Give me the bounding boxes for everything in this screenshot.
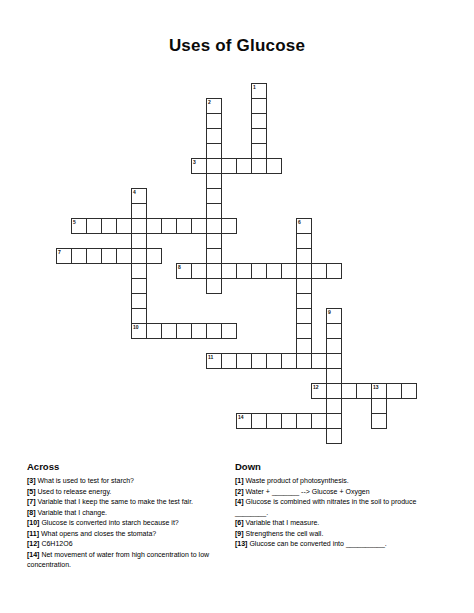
grid-cell[interactable]: [266, 353, 282, 369]
grid-cell[interactable]: [206, 203, 222, 219]
grid-cell[interactable]: [296, 413, 312, 429]
clue-item: [3] What is used to test for starch?: [27, 476, 233, 487]
grid-cell[interactable]: [266, 413, 282, 429]
grid-cell[interactable]: [221, 158, 237, 174]
grid-cell[interactable]: [281, 263, 297, 279]
grid-cell[interactable]: [206, 113, 222, 129]
cell-number: 8: [178, 264, 181, 270]
grid-cell[interactable]: [371, 398, 387, 414]
grid-cell[interactable]: [326, 353, 342, 369]
grid-cell[interactable]: 11: [206, 353, 222, 369]
grid-cell[interactable]: [251, 158, 267, 174]
grid-cell[interactable]: 5: [71, 218, 87, 234]
clue-text: Water + _______ --> Glucose + Oxygen: [244, 488, 370, 495]
clue-item: [11] What opens and closes the stomata?: [27, 529, 233, 540]
clue-number: [5]: [27, 488, 36, 495]
clue-number: [13]: [235, 540, 247, 547]
grid-cell[interactable]: 10: [131, 323, 147, 339]
puzzle-title: Uses of Glucose: [0, 36, 474, 56]
grid-cell[interactable]: 7: [56, 248, 72, 264]
cell-number: 13: [373, 384, 379, 390]
clue-text: What opens and closes the stomata?: [39, 530, 156, 537]
grid-cell[interactable]: [146, 218, 162, 234]
cell-number: 5: [73, 219, 76, 225]
grid-cell[interactable]: [326, 338, 342, 354]
grid-cell[interactable]: 8: [176, 263, 192, 279]
clue-number: [9]: [235, 530, 244, 537]
clue-text: Glucose is converted into starch because…: [39, 519, 178, 526]
down-clues-list: [1] Waste product of photosynthesis.[2] …: [235, 476, 443, 550]
grid-cell[interactable]: [296, 278, 312, 294]
grid-cell[interactable]: [86, 218, 102, 234]
grid-cell[interactable]: [131, 263, 147, 279]
grid-cell[interactable]: [251, 413, 267, 429]
clue-item: [13] Glucose can be converted into _____…: [235, 539, 443, 550]
grid-cell[interactable]: [326, 368, 342, 384]
cell-number: 4: [133, 189, 136, 195]
clue-number: [2]: [235, 488, 244, 495]
clue-item: [10] Glucose is converted into starch be…: [27, 518, 233, 529]
cell-number: 3: [193, 159, 196, 165]
grid-cell[interactable]: [206, 128, 222, 144]
grid-cell[interactable]: [251, 263, 267, 279]
down-header: Down: [235, 461, 443, 472]
grid-cell[interactable]: [146, 323, 162, 339]
clue-text: Variable that I measure.: [244, 519, 320, 526]
down-clues-section: Down [1] Waste product of photosynthesis…: [235, 461, 443, 550]
grid-cell[interactable]: [191, 263, 207, 279]
grid-cell[interactable]: [206, 323, 222, 339]
grid-cell[interactable]: [386, 383, 402, 399]
grid-cell[interactable]: [131, 218, 147, 234]
grid-cell[interactable]: [116, 218, 132, 234]
clue-item: [14] Net movement of water from high con…: [27, 550, 233, 571]
clue-item: [1] Waste product of photosynthesis.: [235, 476, 443, 487]
grid-cell[interactable]: [116, 248, 132, 264]
grid-cell[interactable]: [401, 383, 417, 399]
grid-cell[interactable]: [131, 293, 147, 309]
grid-cell[interactable]: 3: [191, 158, 207, 174]
clue-number: [14]: [27, 551, 39, 558]
grid-cell[interactable]: [101, 248, 117, 264]
clue-item: [2] Water + _______ --> Glucose + Oxygen: [235, 487, 443, 498]
grid-cell[interactable]: [296, 233, 312, 249]
grid-cell[interactable]: [191, 323, 207, 339]
grid-cell[interactable]: [266, 158, 282, 174]
clue-text: C6H12O6: [39, 540, 72, 547]
clue-item: [12] C6H12O6: [27, 539, 233, 550]
cell-number: 12: [313, 384, 319, 390]
across-header: Across: [27, 461, 233, 472]
clue-number: [10]: [27, 519, 39, 526]
grid-cell[interactable]: [236, 353, 252, 369]
grid-cell[interactable]: [356, 383, 372, 399]
grid-cell[interactable]: [146, 248, 162, 264]
grid-cell[interactable]: [206, 218, 222, 234]
grid-cell[interactable]: [326, 428, 342, 444]
grid-cell[interactable]: 12: [311, 383, 327, 399]
clue-text: Net movement of water from high concentr…: [27, 551, 209, 569]
grid-cell[interactable]: [296, 248, 312, 264]
clue-number: [11]: [27, 530, 39, 537]
across-clues-section: Across [3] What is used to test for star…: [27, 461, 233, 571]
grid-cell[interactable]: [296, 263, 312, 279]
grid-cell[interactable]: [251, 98, 267, 114]
grid-cell[interactable]: [236, 158, 252, 174]
clue-text: Waste product of photosynthesis.: [244, 477, 349, 484]
crossword-grid: 1234567891011121314: [56, 83, 417, 444]
grid-cell[interactable]: [371, 413, 387, 429]
grid-cell[interactable]: [131, 248, 147, 264]
cell-number: 9: [328, 309, 331, 315]
grid-cell[interactable]: [296, 353, 312, 369]
cell-number: 7: [58, 249, 61, 255]
grid-cell[interactable]: [206, 248, 222, 264]
grid-cell[interactable]: 1: [251, 83, 267, 99]
grid-cell[interactable]: [176, 218, 192, 234]
clue-item: [9] Strengthens the cell wall.: [235, 529, 443, 540]
grid-cell[interactable]: [281, 413, 297, 429]
grid-cell[interactable]: 6: [296, 218, 312, 234]
grid-cell[interactable]: [131, 308, 147, 324]
grid-cell[interactable]: [206, 158, 222, 174]
clue-text: Glucose can be converted into __________…: [247, 540, 386, 547]
grid-cell[interactable]: [296, 293, 312, 309]
grid-cell[interactable]: [71, 248, 87, 264]
grid-cell[interactable]: [251, 128, 267, 144]
grid-cell[interactable]: [311, 263, 327, 279]
grid-cell[interactable]: [311, 413, 327, 429]
grid-cell[interactable]: [176, 323, 192, 339]
across-clues-list: [3] What is used to test for starch?[5] …: [27, 476, 233, 571]
grid-cell[interactable]: [131, 233, 147, 249]
grid-cell[interactable]: [206, 173, 222, 189]
clue-item: [6] Variable that I measure.: [235, 518, 443, 529]
clue-item: [8] Variable that I change.: [27, 508, 233, 519]
clue-number: [12]: [27, 540, 39, 547]
grid-cell[interactable]: [206, 233, 222, 249]
grid-cell[interactable]: [221, 263, 237, 279]
cell-number: 2: [208, 99, 211, 105]
grid-cell[interactable]: [206, 263, 222, 279]
clue-number: [4]: [235, 498, 244, 505]
cell-number: 11: [208, 354, 213, 360]
grid-cell[interactable]: [251, 353, 267, 369]
grid-cell[interactable]: [311, 353, 327, 369]
grid-cell[interactable]: [221, 353, 237, 369]
grid-cell[interactable]: [326, 263, 342, 279]
grid-cell[interactable]: [221, 323, 237, 339]
grid-cell[interactable]: [101, 218, 117, 234]
grid-cell[interactable]: [191, 218, 207, 234]
grid-cell[interactable]: [86, 248, 102, 264]
grid-cell[interactable]: [161, 218, 177, 234]
clue-text: Variable that I change.: [36, 509, 107, 516]
cell-number: 1: [253, 84, 256, 90]
grid-cell[interactable]: [296, 308, 312, 324]
grid-cell[interactable]: [326, 383, 342, 399]
cell-number: 6: [298, 219, 301, 225]
grid-cell[interactable]: [206, 188, 222, 204]
grid-cell[interactable]: [131, 278, 147, 294]
grid-cell[interactable]: [251, 113, 267, 129]
grid-cell[interactable]: [206, 278, 222, 294]
grid-cell[interactable]: [296, 338, 312, 354]
grid-cell[interactable]: [266, 263, 282, 279]
clue-number: [3]: [27, 477, 36, 484]
clue-text: Glucose is combined with nitrates in the…: [235, 498, 416, 516]
grid-cell[interactable]: 4: [131, 188, 147, 204]
grid-cell[interactable]: [236, 263, 252, 279]
clue-text: Used to release energy.: [36, 488, 112, 495]
clue-item: [5] Used to release energy.: [27, 487, 233, 498]
clue-number: [6]: [235, 519, 244, 526]
clue-item: [4] Glucose is combined with nitrates in…: [235, 497, 443, 518]
grid-cell[interactable]: [326, 413, 342, 429]
clue-number: [1]: [235, 477, 244, 484]
grid-cell[interactable]: 9: [326, 308, 342, 324]
grid-cell[interactable]: [326, 323, 342, 339]
grid-cell[interactable]: [206, 143, 222, 159]
grid-cell[interactable]: [131, 203, 147, 219]
clue-number: [7]: [27, 498, 36, 505]
grid-cell[interactable]: [221, 218, 237, 234]
clue-item: [7] Variable that I keep the same to mak…: [27, 497, 233, 508]
grid-cell[interactable]: [251, 143, 267, 159]
clue-text: Variable that I keep the same to make th…: [36, 498, 193, 505]
grid-cell[interactable]: 14: [236, 413, 252, 429]
clue-number: [8]: [27, 509, 36, 516]
grid-cell[interactable]: [326, 398, 342, 414]
grid-cell[interactable]: [281, 353, 297, 369]
clue-text: What is used to test for starch?: [36, 477, 134, 484]
worksheet-page: Uses of Glucose 1234567891011121314 Acro…: [0, 0, 474, 613]
cell-number: 10: [133, 324, 139, 330]
grid-cell[interactable]: [161, 323, 177, 339]
grid-cell[interactable]: 13: [371, 383, 387, 399]
grid-cell[interactable]: 2: [206, 98, 222, 114]
cell-number: 14: [238, 414, 244, 420]
clue-text: Strengthens the cell wall.: [244, 530, 324, 537]
grid-cell[interactable]: [341, 383, 357, 399]
grid-cell[interactable]: [296, 323, 312, 339]
